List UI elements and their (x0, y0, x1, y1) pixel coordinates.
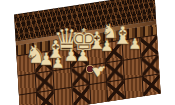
carved-tile (35, 71, 53, 92)
product-photo-scene: ♞♟♝♟♛♟♚♟♝♟♞♝♟♟ (0, 0, 175, 105)
carved-tile (90, 83, 108, 104)
carved-tile (107, 80, 125, 101)
chess-piece-pawn[interactable]: ♟ (51, 56, 64, 71)
carved-tile (18, 74, 36, 95)
chess-piece-pawn[interactable]: ♟ (128, 37, 141, 52)
carved-tile (54, 88, 72, 105)
carved-tile (19, 93, 37, 105)
chess-piece-pawn[interactable]: ♟ (100, 39, 113, 54)
carved-tile (143, 75, 161, 96)
carved-tile (124, 58, 142, 79)
carved-tile (142, 55, 160, 76)
chess-piece-pawn[interactable]: ♟ (76, 48, 90, 64)
carved-tile (72, 85, 90, 105)
carved-tile (37, 91, 55, 105)
carved-tile (140, 35, 158, 56)
carved-tile (125, 78, 143, 99)
